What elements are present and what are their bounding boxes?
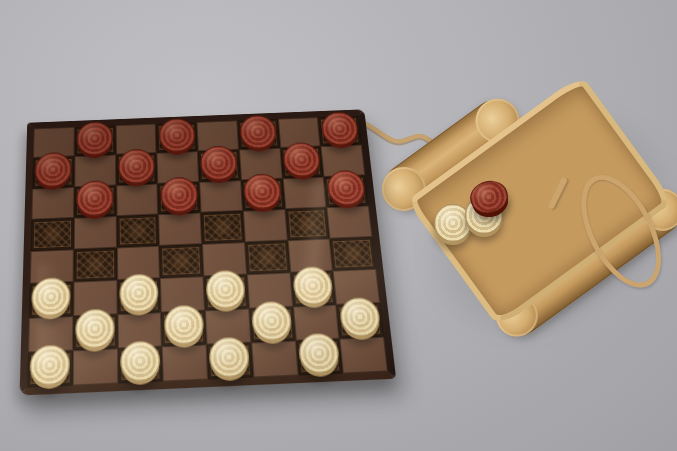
checker-red[interactable]: ⛂ — [158, 117, 195, 152]
checker-cream[interactable]: ⛀ — [297, 333, 340, 375]
board-square[interactable]: ⛂ — [280, 146, 324, 178]
board-square[interactable]: ⛀ — [117, 346, 163, 383]
board-square[interactable]: ⛀ — [27, 350, 73, 387]
checker-cream[interactable]: ⛀ — [209, 337, 251, 379]
board-square[interactable] — [31, 218, 74, 252]
board-square[interactable] — [340, 336, 388, 373]
checker-cream[interactable]: ⛀ — [120, 341, 161, 383]
board-square[interactable]: ⛀ — [203, 275, 248, 310]
board-square[interactable] — [327, 205, 373, 238]
checker-red[interactable]: ⛂ — [35, 152, 72, 188]
board-square[interactable] — [199, 180, 243, 213]
checker-cream[interactable]: ⛀ — [206, 269, 247, 309]
board-square[interactable]: ⛂ — [241, 178, 285, 211]
board-square[interactable]: ⛂ — [116, 153, 158, 185]
board-square[interactable]: ⛀ — [290, 271, 336, 306]
board-square[interactable] — [201, 211, 245, 244]
board-square[interactable] — [330, 237, 376, 271]
board-square[interactable] — [31, 187, 74, 220]
checker-cream[interactable]: ⛀ — [292, 266, 334, 306]
board-square[interactable]: ⛂ — [318, 116, 362, 147]
board-square[interactable] — [162, 344, 208, 381]
checker-red[interactable]: ⛂ — [76, 180, 114, 217]
board-square[interactable] — [245, 240, 290, 274]
photo-scene: ⛂⛂⛂⛂⛂⛂⛂⛂⛂⛂⛂⛂⛀⛀⛀⛀⛀⛀⛀⛀⛀⛀⛀⛀ ⛀⛀⛂ — [0, 0, 677, 451]
board-square[interactable] — [251, 340, 298, 377]
checker-cream[interactable]: ⛀ — [119, 273, 158, 313]
board-square[interactable] — [285, 207, 330, 240]
checker-red[interactable]: ⛂ — [118, 148, 155, 184]
board-square[interactable]: ⛂ — [237, 119, 280, 150]
checker-cream[interactable]: ⛀ — [163, 305, 204, 346]
board-square[interactable]: ⛂ — [32, 156, 74, 188]
board-square[interactable]: ⛀ — [117, 278, 161, 313]
board-square[interactable] — [282, 176, 326, 208]
board-square[interactable]: ⛂ — [198, 150, 241, 182]
board-square[interactable]: ⛀ — [207, 342, 254, 379]
board-square[interactable]: ⛂ — [74, 125, 115, 156]
checkers-mat: ⛂⛂⛂⛂⛂⛂⛂⛂⛂⛂⛂⛂⛀⛀⛀⛀⛀⛀⛀⛀⛀⛀⛀⛀ — [20, 109, 397, 395]
board-square[interactable] — [116, 214, 159, 248]
board-square[interactable]: ⛂ — [324, 175, 369, 207]
checker-cream[interactable]: ⛀ — [75, 308, 115, 349]
board-square[interactable]: ⛂ — [74, 185, 116, 218]
checker-red[interactable]: ⛂ — [282, 142, 322, 178]
board-square[interactable] — [73, 248, 116, 282]
checker-cream[interactable]: ⛀ — [31, 277, 71, 317]
board-square[interactable]: ⛀ — [161, 310, 206, 346]
checker-red[interactable]: ⛂ — [239, 114, 278, 149]
board-square[interactable]: ⛀ — [295, 338, 343, 375]
checker-red[interactable]: ⛂ — [200, 145, 239, 181]
board-square[interactable] — [158, 212, 202, 245]
checker-red[interactable]: ⛂ — [160, 177, 198, 214]
board-square[interactable] — [73, 348, 118, 385]
checker-red[interactable]: ⛂ — [320, 111, 360, 146]
board-square[interactable] — [74, 216, 117, 250]
checker-red[interactable]: ⛂ — [243, 173, 283, 210]
board-square[interactable] — [116, 183, 159, 216]
board-square[interactable]: ⛂ — [158, 181, 201, 214]
checker-red[interactable]: ⛂ — [77, 121, 114, 156]
board-square[interactable] — [243, 209, 288, 242]
board-square[interactable]: ⛀ — [336, 302, 384, 338]
board-square[interactable]: ⛂ — [156, 122, 198, 153]
board-square[interactable] — [159, 244, 203, 278]
board-square[interactable]: ⛀ — [249, 306, 296, 342]
checker-cream[interactable]: ⛀ — [251, 301, 293, 342]
checker-cream[interactable]: ⛀ — [338, 297, 381, 338]
board-grid: ⛂⛂⛂⛂⛂⛂⛂⛂⛂⛂⛂⛂⛀⛀⛀⛀⛀⛀⛀⛀⛀⛀⛀⛀ — [27, 116, 388, 388]
checker-red[interactable]: ⛂ — [326, 170, 367, 207]
board-square[interactable]: ⛀ — [73, 314, 118, 350]
board-square[interactable]: ⛀ — [29, 282, 73, 317]
checker-cream[interactable]: ⛀ — [30, 345, 71, 387]
